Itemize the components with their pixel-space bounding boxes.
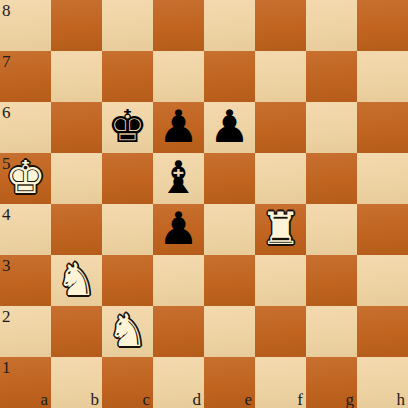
file-label-g: g [346,391,355,408]
square-b2[interactable] [51,306,102,357]
black-pawn-e6[interactable]: ♟ [209,101,249,152]
square-a5[interactable]: 5♚ [0,153,51,204]
rank-label-1: 1 [2,359,11,376]
square-c3[interactable] [102,255,153,306]
square-h1[interactable]: h [357,357,408,408]
square-h3[interactable] [357,255,408,306]
square-c7[interactable] [102,51,153,102]
square-a8[interactable]: 8 [0,0,51,51]
file-label-a: a [40,391,48,408]
square-e2[interactable] [204,306,255,357]
square-h7[interactable] [357,51,408,102]
square-d1[interactable]: d [153,357,204,408]
square-d6[interactable]: ♟ [153,102,204,153]
square-e3[interactable] [204,255,255,306]
black-pawn-d4[interactable]: ♟ [158,203,198,254]
square-f3[interactable] [255,255,306,306]
rank-label-6: 6 [2,104,11,121]
square-c1[interactable]: c [102,357,153,408]
square-e4[interactable] [204,204,255,255]
square-a1[interactable]: 1a [0,357,51,408]
black-pawn-d6[interactable]: ♟ [158,101,198,152]
square-b7[interactable] [51,51,102,102]
square-a3[interactable]: 3 [0,255,51,306]
square-d7[interactable] [153,51,204,102]
square-c6[interactable]: ♚ [102,102,153,153]
square-b8[interactable] [51,0,102,51]
rank-label-7: 7 [2,53,11,70]
white-knight-b3[interactable]: ♞ [56,254,96,305]
square-h4[interactable] [357,204,408,255]
square-e6[interactable]: ♟ [204,102,255,153]
square-g6[interactable] [306,102,357,153]
square-a4[interactable]: 4 [0,204,51,255]
square-d4[interactable]: ♟ [153,204,204,255]
square-f1[interactable]: f [255,357,306,408]
square-g5[interactable] [306,153,357,204]
square-h2[interactable] [357,306,408,357]
square-g7[interactable] [306,51,357,102]
file-label-f: f [297,391,303,408]
square-g2[interactable] [306,306,357,357]
square-a7[interactable]: 7 [0,51,51,102]
square-g8[interactable] [306,0,357,51]
square-h8[interactable] [357,0,408,51]
square-d2[interactable] [153,306,204,357]
square-g4[interactable] [306,204,357,255]
square-e1[interactable]: e [204,357,255,408]
square-f6[interactable] [255,102,306,153]
square-f8[interactable] [255,0,306,51]
square-b3[interactable]: ♞ [51,255,102,306]
file-label-b: b [91,391,100,408]
file-label-h: h [397,391,406,408]
square-c5[interactable] [102,153,153,204]
square-d3[interactable] [153,255,204,306]
black-bishop-d5[interactable]: ♝ [158,152,198,203]
square-f5[interactable] [255,153,306,204]
square-h5[interactable] [357,153,408,204]
square-a6[interactable]: 6 [0,102,51,153]
rank-label-8: 8 [2,2,11,19]
white-rook-f4[interactable]: ♜ [260,203,300,254]
square-d8[interactable] [153,0,204,51]
square-e7[interactable] [204,51,255,102]
square-d5[interactable]: ♝ [153,153,204,204]
square-b6[interactable] [51,102,102,153]
square-f2[interactable] [255,306,306,357]
square-g3[interactable] [306,255,357,306]
white-king-a5[interactable]: ♚ [5,152,45,203]
chess-board: 876♚♟♟5♚♝4♟♜3♞2♞1abcdefgh [0,0,408,408]
square-e5[interactable] [204,153,255,204]
rank-label-3: 3 [2,257,11,274]
rank-label-4: 4 [2,206,11,223]
black-king-c6[interactable]: ♚ [107,101,147,152]
file-label-d: d [193,391,202,408]
square-c4[interactable] [102,204,153,255]
white-knight-c2[interactable]: ♞ [107,305,147,356]
square-g1[interactable]: g [306,357,357,408]
square-b5[interactable] [51,153,102,204]
square-c2[interactable]: ♞ [102,306,153,357]
square-h6[interactable] [357,102,408,153]
file-label-c: c [142,391,150,408]
square-a2[interactable]: 2 [0,306,51,357]
square-b4[interactable] [51,204,102,255]
square-e8[interactable] [204,0,255,51]
square-f4[interactable]: ♜ [255,204,306,255]
rank-label-2: 2 [2,308,11,325]
square-c8[interactable] [102,0,153,51]
square-f7[interactable] [255,51,306,102]
file-label-e: e [244,391,252,408]
square-b1[interactable]: b [51,357,102,408]
